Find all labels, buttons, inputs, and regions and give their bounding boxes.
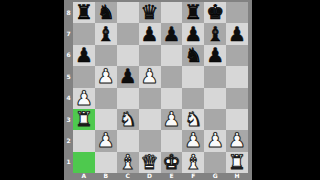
square-b7[interactable]: ♝ [95,23,117,44]
piece-white-pawn-b2[interactable]: ♟ [97,130,115,151]
rank-label-4: 4 [64,88,73,109]
square-c2[interactable] [117,130,139,151]
square-b2[interactable]: ♟ [95,130,117,151]
file-label-e: E [161,172,183,180]
square-a3[interactable]: ♜ [73,109,95,130]
square-c3[interactable]: ♞ [117,109,139,130]
piece-black-knight-b8[interactable]: ♞ [97,2,115,23]
piece-white-pawn-g2[interactable]: ♟ [206,130,224,151]
square-h2[interactable]: ♟ [226,130,248,151]
square-a5[interactable] [73,66,95,87]
square-a6[interactable]: ♟ [73,45,95,66]
piece-black-queen-d8[interactable]: ♛ [141,2,159,23]
square-a1[interactable] [73,152,95,173]
square-b1[interactable] [95,152,117,173]
square-h8[interactable] [226,2,248,23]
square-d7[interactable]: ♟ [139,23,161,44]
piece-black-pawn-d7[interactable]: ♟ [141,23,159,44]
piece-white-knight-c3[interactable]: ♞ [119,109,137,130]
square-g2[interactable]: ♟ [204,130,226,151]
chess-board[interactable]: ♜♞♛♜♚♝♟♟♟♝♟♟♞♟♟♟♟♟♜♞♟♞♟♟♟♟♝♛♚♝♜ [73,2,248,173]
square-d3[interactable] [139,109,161,130]
piece-white-rook-h1[interactable]: ♜ [228,152,246,173]
piece-white-knight-f3[interactable]: ♞ [184,109,202,130]
square-a4[interactable]: ♟ [73,88,95,109]
square-c7[interactable] [117,23,139,44]
rank-label-6: 6 [64,45,73,66]
square-d4[interactable] [139,88,161,109]
rank-label-3: 3 [64,109,73,130]
rank-label-8: 8 [64,2,73,23]
square-h5[interactable] [226,66,248,87]
square-f6[interactable]: ♞ [182,45,204,66]
piece-black-bishop-b7[interactable]: ♝ [97,23,115,44]
piece-black-pawn-h7[interactable]: ♟ [228,23,246,44]
piece-white-pawn-h2[interactable]: ♟ [228,130,246,151]
square-g6[interactable]: ♟ [204,45,226,66]
square-f2[interactable]: ♟ [182,130,204,151]
rank-label-7: 7 [64,23,73,44]
piece-white-pawn-b5[interactable]: ♟ [97,66,115,87]
file-label-g: G [204,172,226,180]
square-d8[interactable]: ♛ [139,2,161,23]
square-g1[interactable] [204,152,226,173]
square-f3[interactable]: ♞ [182,109,204,130]
square-d5[interactable]: ♟ [139,66,161,87]
square-g3[interactable] [204,109,226,130]
square-b4[interactable] [95,88,117,109]
square-f5[interactable] [182,66,204,87]
file-label-b: B [95,172,117,180]
square-b6[interactable] [95,45,117,66]
square-d6[interactable] [139,45,161,66]
square-e6[interactable] [161,45,183,66]
piece-black-bishop-g7[interactable]: ♝ [206,23,224,44]
square-f4[interactable] [182,88,204,109]
square-d1[interactable]: ♛ [139,152,161,173]
piece-black-rook-f8[interactable]: ♜ [184,2,202,23]
square-b5[interactable]: ♟ [95,66,117,87]
file-label-a: A [73,172,95,180]
square-b3[interactable] [95,109,117,130]
square-c5[interactable]: ♟ [117,66,139,87]
square-g5[interactable] [204,66,226,87]
piece-white-bishop-f1[interactable]: ♝ [184,152,202,173]
square-h7[interactable]: ♟ [226,23,248,44]
piece-black-pawn-e7[interactable]: ♟ [162,23,180,44]
piece-black-pawn-a6[interactable]: ♟ [75,45,93,66]
square-a7[interactable] [73,23,95,44]
piece-white-pawn-f2[interactable]: ♟ [184,130,202,151]
square-e2[interactable] [161,130,183,151]
piece-white-pawn-d5[interactable]: ♟ [141,66,159,87]
rank-label-1: 1 [64,152,73,173]
square-g7[interactable]: ♝ [204,23,226,44]
square-g4[interactable] [204,88,226,109]
chess-diagram: 87654321 ♜♞♛♜♚♝♟♟♟♝♟♟♞♟♟♟♟♟♜♞♟♞♟♟♟♟♝♛♚♝♜… [0,0,320,180]
square-e5[interactable] [161,66,183,87]
square-c8[interactable] [117,2,139,23]
square-d2[interactable] [139,130,161,151]
piece-white-bishop-c1[interactable]: ♝ [119,152,137,173]
square-e3[interactable]: ♟ [161,109,183,130]
piece-black-pawn-f7[interactable]: ♟ [184,23,202,44]
square-a2[interactable] [73,130,95,151]
piece-black-pawn-g6[interactable]: ♟ [206,45,224,66]
square-e8[interactable] [161,2,183,23]
rank-labels: 87654321 [64,2,73,173]
piece-white-king-e1[interactable]: ♚ [162,152,180,173]
piece-black-pawn-c5[interactable]: ♟ [119,66,137,87]
square-g8[interactable]: ♚ [204,2,226,23]
square-f8[interactable]: ♜ [182,2,204,23]
square-c6[interactable] [117,45,139,66]
piece-black-rook-a8[interactable]: ♜ [75,2,93,23]
piece-black-knight-f6[interactable]: ♞ [184,45,202,66]
square-h4[interactable] [226,88,248,109]
square-h6[interactable] [226,45,248,66]
square-f7[interactable]: ♟ [182,23,204,44]
square-c1[interactable]: ♝ [117,152,139,173]
file-label-d: D [139,172,161,180]
file-label-c: C [117,172,139,180]
square-h1[interactable]: ♜ [226,152,248,173]
rank-label-5: 5 [64,66,73,87]
square-c4[interactable] [117,88,139,109]
square-e7[interactable]: ♟ [161,23,183,44]
square-e4[interactable] [161,88,183,109]
file-labels: ABCDEFGH [73,172,248,180]
piece-black-king-g8[interactable]: ♚ [206,2,224,23]
rank-label-2: 2 [64,130,73,151]
piece-white-queen-d1[interactable]: ♛ [141,152,159,173]
square-e1[interactable]: ♚ [161,152,183,173]
piece-white-rook-a3[interactable]: ♜ [75,109,93,130]
square-b8[interactable]: ♞ [95,2,117,23]
piece-white-pawn-e3[interactable]: ♟ [162,109,180,130]
piece-white-pawn-a4[interactable]: ♟ [75,88,93,109]
square-h3[interactable] [226,109,248,130]
square-a8[interactable]: ♜ [73,2,95,23]
square-f1[interactable]: ♝ [182,152,204,173]
file-label-f: F [182,172,204,180]
file-label-h: H [226,172,248,180]
